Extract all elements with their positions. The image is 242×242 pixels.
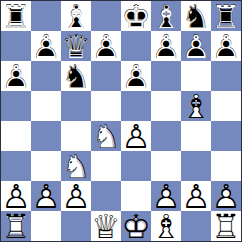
square-h5[interactable] xyxy=(211,91,241,121)
piece-glyph-outline: ♙ xyxy=(31,31,60,60)
square-h7[interactable]: ♟♙ xyxy=(211,31,241,61)
square-b2[interactable]: ♟♙ xyxy=(31,181,61,211)
piece-white-pawn[interactable]: ♟♙ xyxy=(121,121,151,151)
piece-glyph-outline: ♙ xyxy=(211,31,240,60)
piece-white-pawn[interactable]: ♟♙ xyxy=(61,181,91,211)
piece-glyph-outline: ♙ xyxy=(31,181,61,211)
square-h1[interactable]: ♜♖ xyxy=(211,211,241,241)
piece-white-bishop[interactable]: ♝♗ xyxy=(181,91,211,121)
square-g4[interactable] xyxy=(181,121,211,151)
square-c1[interactable] xyxy=(61,211,91,241)
piece-glyph-outline: ♙ xyxy=(91,31,120,60)
piece-glyph-outline: ♖ xyxy=(1,1,30,30)
piece-black-pawn[interactable]: ♟♙ xyxy=(1,61,31,91)
square-a1[interactable]: ♜♖ xyxy=(1,211,31,241)
square-e6[interactable]: ♟♙ xyxy=(121,61,151,91)
piece-white-rook[interactable]: ♜♖ xyxy=(211,211,241,241)
square-b6[interactable] xyxy=(31,61,61,91)
piece-glyph-outline: ♔ xyxy=(121,1,150,30)
piece-black-pawn[interactable]: ♟♙ xyxy=(151,31,181,61)
square-e4[interactable]: ♟♙ xyxy=(121,121,151,151)
piece-glyph-outline: ♙ xyxy=(121,121,151,151)
square-b5[interactable] xyxy=(31,91,61,121)
piece-glyph-outline: ♙ xyxy=(1,61,30,90)
square-d7[interactable]: ♟♙ xyxy=(91,31,121,61)
piece-glyph-outline: ♙ xyxy=(181,181,211,211)
piece-glyph-outline: ♗ xyxy=(151,211,181,241)
square-d1[interactable]: ♛♕ xyxy=(91,211,121,241)
piece-glyph-outline: ♖ xyxy=(1,211,31,241)
square-a5[interactable] xyxy=(1,91,31,121)
piece-black-rook[interactable]: ♜♖ xyxy=(1,1,31,31)
square-g5[interactable]: ♝♗ xyxy=(181,91,211,121)
piece-black-pawn[interactable]: ♟♙ xyxy=(31,31,61,61)
piece-glyph-outline: ♙ xyxy=(151,31,180,60)
piece-white-rook[interactable]: ♜♖ xyxy=(1,211,31,241)
square-f4[interactable] xyxy=(151,121,181,151)
square-e8[interactable]: ♚♔ xyxy=(121,1,151,31)
piece-glyph-outline: ♔ xyxy=(121,211,151,241)
piece-black-pawn[interactable]: ♟♙ xyxy=(211,31,241,61)
square-a6[interactable]: ♟♙ xyxy=(1,61,31,91)
piece-black-pawn[interactable]: ♟♙ xyxy=(91,31,121,61)
square-d6[interactable] xyxy=(91,61,121,91)
square-g2[interactable]: ♟♙ xyxy=(181,181,211,211)
square-h4[interactable] xyxy=(211,121,241,151)
piece-glyph-outline: ♖ xyxy=(211,211,241,241)
square-g1[interactable] xyxy=(181,211,211,241)
square-d3[interactable] xyxy=(91,151,121,181)
square-h6[interactable] xyxy=(211,61,241,91)
piece-glyph-outline: ♙ xyxy=(61,181,91,211)
chess-board: ♜♖♝♗♚♔♝♗♞♘♜♖♟♙♛♕♟♙♟♙♟♙♟♙♟♙♞♘♟♙♝♗♞♘♟♙♞♘♟♙… xyxy=(0,0,242,242)
piece-black-pawn[interactable]: ♟♙ xyxy=(121,61,151,91)
square-f5[interactable] xyxy=(151,91,181,121)
piece-glyph-outline: ♗ xyxy=(181,91,211,121)
square-d4[interactable]: ♞♘ xyxy=(91,121,121,151)
piece-white-king[interactable]: ♚♔ xyxy=(121,211,151,241)
piece-glyph-outline: ♘ xyxy=(91,121,121,151)
piece-glyph-outline: ♕ xyxy=(91,211,121,241)
piece-white-knight[interactable]: ♞♘ xyxy=(91,121,121,151)
piece-black-king[interactable]: ♚♔ xyxy=(121,1,151,31)
piece-white-pawn[interactable]: ♟♙ xyxy=(31,181,61,211)
piece-glyph-outline: ♘ xyxy=(61,61,90,90)
square-c5[interactable] xyxy=(61,91,91,121)
square-e3[interactable] xyxy=(121,151,151,181)
square-b4[interactable] xyxy=(31,121,61,151)
piece-white-pawn[interactable]: ♟♙ xyxy=(181,181,211,211)
square-c2[interactable]: ♟♙ xyxy=(61,181,91,211)
square-b1[interactable] xyxy=(31,211,61,241)
square-e1[interactable]: ♚♔ xyxy=(121,211,151,241)
square-c6[interactable]: ♞♘ xyxy=(61,61,91,91)
square-g7[interactable]: ♟♙ xyxy=(181,31,211,61)
square-a8[interactable]: ♜♖ xyxy=(1,1,31,31)
piece-black-pawn[interactable]: ♟♙ xyxy=(181,31,211,61)
piece-glyph-outline: ♙ xyxy=(181,31,210,60)
square-f1[interactable]: ♝♗ xyxy=(151,211,181,241)
square-f7[interactable]: ♟♙ xyxy=(151,31,181,61)
square-a4[interactable] xyxy=(1,121,31,151)
piece-glyph-outline: ♙ xyxy=(121,61,150,90)
square-f6[interactable] xyxy=(151,61,181,91)
piece-black-knight[interactable]: ♞♘ xyxy=(61,61,91,91)
piece-white-bishop[interactable]: ♝♗ xyxy=(151,211,181,241)
square-b7[interactable]: ♟♙ xyxy=(31,31,61,61)
piece-white-queen[interactable]: ♛♕ xyxy=(91,211,121,241)
